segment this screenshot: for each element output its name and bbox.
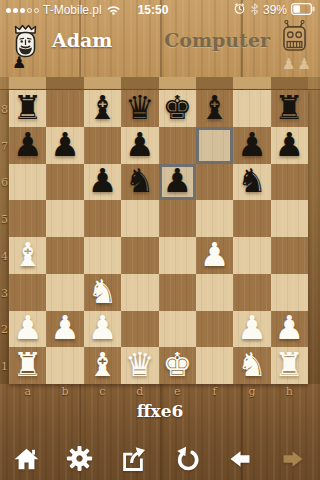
- file-label-f: f: [196, 384, 233, 400]
- square-d4[interactable]: [121, 237, 158, 274]
- square-e3[interactable]: [159, 274, 196, 311]
- square-e2[interactable]: [159, 311, 196, 348]
- square-e8[interactable]: ♚: [159, 90, 196, 127]
- square-f7[interactable]: [196, 127, 233, 164]
- rank-label-7: 7: [0, 128, 9, 165]
- bevel-cell: [233, 77, 270, 89]
- square-c6[interactable]: ♟: [84, 164, 121, 201]
- square-b4[interactable]: [46, 237, 83, 274]
- gear-icon: [66, 445, 93, 475]
- home-button[interactable]: [10, 443, 44, 477]
- square-a4[interactable]: ♝: [9, 237, 46, 274]
- black-player-name: Computer: [164, 29, 270, 51]
- square-d1[interactable]: ♛: [121, 347, 158, 384]
- square-b8[interactable]: [46, 90, 83, 127]
- undo-icon: [173, 445, 201, 476]
- back-arrow-icon: [227, 447, 253, 474]
- undo-button[interactable]: [170, 443, 204, 477]
- square-g4[interactable]: [233, 237, 270, 274]
- square-g2[interactable]: ♟: [233, 311, 270, 348]
- last-move-label: ffxe6: [0, 401, 320, 421]
- piece-black-knight: ♞: [125, 164, 155, 197]
- square-g8[interactable]: [233, 90, 270, 127]
- rank-label-3: 3: [0, 275, 9, 312]
- share-button[interactable]: [116, 443, 150, 477]
- square-g1[interactable]: ♞: [233, 347, 270, 384]
- square-a6[interactable]: [9, 164, 46, 201]
- file-label-e: e: [159, 384, 196, 400]
- piece-white-pawn: ♟: [88, 311, 118, 344]
- board-right-edge: [308, 90, 320, 384]
- square-e5[interactable]: [159, 200, 196, 237]
- piece-white-bishop: ♝: [13, 238, 43, 271]
- square-b1[interactable]: [46, 347, 83, 384]
- rank-label-1: 1: [0, 348, 9, 385]
- piece-black-bishop: ♝: [200, 91, 230, 124]
- share-icon: [118, 445, 148, 476]
- piece-black-bishop: ♝: [88, 91, 118, 124]
- status-bar: T-Mobile.pl 15:50: [0, 0, 320, 20]
- battery-percent-label: 39%: [263, 3, 287, 17]
- square-d2[interactable]: [121, 311, 158, 348]
- piece-black-rook: ♜: [13, 91, 43, 124]
- piece-white-knight: ♞: [237, 348, 267, 381]
- bottom-toolbar: [0, 442, 320, 478]
- square-d8[interactable]: ♛: [121, 90, 158, 127]
- square-e1[interactable]: ♚: [159, 347, 196, 384]
- file-label-b: b: [46, 384, 83, 400]
- square-c1[interactable]: ♝: [84, 347, 121, 384]
- square-c8[interactable]: ♝: [84, 90, 121, 127]
- square-c3[interactable]: ♞: [84, 274, 121, 311]
- file-label-h: h: [271, 384, 308, 400]
- piece-white-knight: ♞: [88, 275, 118, 308]
- bevel-cell: [46, 77, 83, 89]
- piece-black-pawn: ♟: [50, 128, 80, 161]
- forward-arrow-icon: [280, 447, 306, 474]
- square-f8[interactable]: ♝: [196, 90, 233, 127]
- square-h5[interactable]: [271, 200, 308, 237]
- square-b2[interactable]: ♟: [46, 311, 83, 348]
- square-h7[interactable]: ♟: [271, 127, 308, 164]
- square-b7[interactable]: ♟: [46, 127, 83, 164]
- square-d7[interactable]: ♟: [121, 127, 158, 164]
- home-icon: [13, 446, 40, 475]
- square-g5[interactable]: [233, 200, 270, 237]
- square-a1[interactable]: ♜: [9, 347, 46, 384]
- forward-button[interactable]: [276, 443, 310, 477]
- file-label-d: d: [121, 384, 158, 400]
- square-f6[interactable]: [196, 164, 233, 201]
- piece-black-pawn: ♟: [125, 128, 155, 161]
- piece-black-pawn: ♟: [88, 164, 118, 197]
- rank-label-4: 4: [0, 238, 9, 275]
- square-h2[interactable]: ♟: [271, 311, 308, 348]
- board-grid: ♜♝♛♚♝♜♟♟♟♟♟♟♞♟♞♝♟♞♟♟♟♟♟♜♝♛♚♞♜: [9, 90, 308, 384]
- piece-white-pawn: ♟: [237, 311, 267, 344]
- piece-black-knight: ♞: [237, 164, 267, 197]
- square-f3[interactable]: [196, 274, 233, 311]
- square-g6[interactable]: ♞: [233, 164, 270, 201]
- piece-white-bishop: ♝: [88, 348, 118, 381]
- file-label-a: a: [9, 384, 46, 400]
- chess-app: T-Mobile.pl 15:50: [0, 0, 320, 480]
- square-a8[interactable]: ♜: [9, 90, 46, 127]
- bluetooth-icon: [250, 2, 259, 19]
- piece-black-pawn: ♟: [13, 128, 43, 161]
- piece-black-queen: ♛: [125, 91, 155, 124]
- white-captured-tray: ♟: [12, 55, 26, 71]
- board-top-bevel: [0, 77, 320, 90]
- piece-black-king: ♚: [162, 91, 192, 124]
- piece-white-pawn: ♟: [200, 238, 230, 271]
- alarm-clock-icon: [233, 2, 246, 18]
- piece-black-pawn: ♟: [162, 164, 192, 197]
- square-g3[interactable]: [233, 274, 270, 311]
- square-f2[interactable]: [196, 311, 233, 348]
- rank-label-5: 5: [0, 201, 9, 238]
- piece-white-pawn: ♟: [50, 311, 80, 344]
- rank-labels: 87654321: [0, 91, 9, 385]
- rank-label-8: 8: [0, 91, 9, 128]
- square-g7[interactable]: ♟: [233, 127, 270, 164]
- players-header: Adam ♟ Computer ♟♟: [0, 20, 320, 77]
- piece-white-king: ♚: [162, 348, 192, 381]
- square-d3[interactable]: [121, 274, 158, 311]
- chess-board: ♜♝♛♚♝♜♟♟♟♟♟♟♞♟♞♝♟♞♟♟♟♟♟♜♝♛♚♞♜ abcdefgh 8…: [0, 77, 320, 400]
- square-a3[interactable]: [9, 274, 46, 311]
- square-b3[interactable]: [46, 274, 83, 311]
- back-button[interactable]: [223, 443, 257, 477]
- square-b5[interactable]: [46, 200, 83, 237]
- square-d6[interactable]: ♞: [121, 164, 158, 201]
- piece-white-rook: ♜: [13, 348, 43, 381]
- black-captured-tray: ♟♟: [282, 56, 313, 71]
- square-f1[interactable]: [196, 347, 233, 384]
- piece-black-rook: ♜: [275, 91, 305, 124]
- square-h4[interactable]: [271, 237, 308, 274]
- square-h3[interactable]: [271, 274, 308, 311]
- square-b6[interactable]: [46, 164, 83, 201]
- piece-white-pawn: ♟: [275, 311, 305, 344]
- square-f5[interactable]: [196, 200, 233, 237]
- piece-white-pawn: ♟: [13, 311, 43, 344]
- square-c2[interactable]: ♟: [84, 311, 121, 348]
- square-h8[interactable]: ♜: [271, 90, 308, 127]
- piece-white-rook: ♜: [275, 348, 305, 381]
- rank-label-6: 6: [0, 165, 9, 202]
- square-d5[interactable]: [121, 200, 158, 237]
- square-h6[interactable]: [271, 164, 308, 201]
- file-label-c: c: [84, 384, 121, 400]
- square-e7[interactable]: [159, 127, 196, 164]
- square-c7[interactable]: [84, 127, 121, 164]
- piece-white-queen: ♛: [125, 348, 155, 381]
- piece-black-pawn: ♟: [275, 128, 305, 161]
- square-e6[interactable]: ♟: [159, 164, 196, 201]
- file-labels: abcdefgh: [9, 384, 308, 400]
- white-player-name: Adam: [52, 29, 112, 51]
- square-f4[interactable]: ♟: [196, 237, 233, 274]
- square-c4[interactable]: [84, 237, 121, 274]
- square-a7[interactable]: ♟: [9, 127, 46, 164]
- settings-button[interactable]: [63, 443, 97, 477]
- battery-icon: [291, 3, 315, 18]
- square-a5[interactable]: [9, 200, 46, 237]
- square-e4[interactable]: [159, 237, 196, 274]
- rank-label-2: 2: [0, 312, 9, 349]
- piece-black-pawn: ♟: [237, 128, 267, 161]
- square-a2[interactable]: ♟: [9, 311, 46, 348]
- square-c5[interactable]: [84, 200, 121, 237]
- file-label-g: g: [233, 384, 270, 400]
- square-h1[interactable]: ♜: [271, 347, 308, 384]
